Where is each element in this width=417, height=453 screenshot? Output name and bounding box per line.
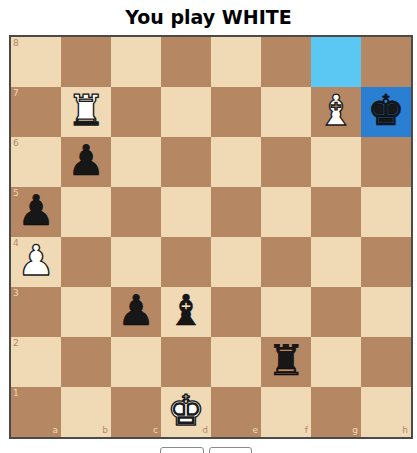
file-label-c: c — [153, 426, 158, 435]
square-h8[interactable] — [361, 37, 411, 87]
square-d7[interactable] — [161, 87, 211, 137]
square-h3[interactable] — [361, 287, 411, 337]
square-d1[interactable]: d♚ — [161, 387, 211, 437]
square-b4[interactable] — [61, 237, 111, 287]
file-label-e: e — [252, 426, 258, 435]
square-a7[interactable]: 7 — [11, 87, 61, 137]
piece-white-bishop-g7[interactable]: ♝ — [317, 90, 355, 135]
square-c5[interactable] — [111, 187, 161, 237]
square-h1[interactable]: h — [361, 387, 411, 437]
square-g5[interactable] — [311, 187, 361, 237]
square-b6[interactable]: ♟ — [61, 137, 111, 187]
square-g2[interactable] — [311, 337, 361, 387]
square-c8[interactable] — [111, 37, 161, 87]
square-c7[interactable] — [111, 87, 161, 137]
piece-black-pawn-c3[interactable]: ♟ — [117, 290, 155, 335]
square-e5[interactable] — [211, 187, 261, 237]
square-f7[interactable] — [261, 87, 311, 137]
square-d8[interactable] — [161, 37, 211, 87]
square-f2[interactable]: ♜ — [261, 337, 311, 387]
square-c2[interactable] — [111, 337, 161, 387]
square-b7[interactable]: ♜ — [61, 87, 111, 137]
square-f1[interactable]: f — [261, 387, 311, 437]
square-a3[interactable]: 3 — [11, 287, 61, 337]
rank-label-7: 7 — [13, 89, 19, 98]
square-f8[interactable] — [261, 37, 311, 87]
file-label-d: d — [202, 426, 208, 435]
square-d2[interactable] — [161, 337, 211, 387]
square-e3[interactable] — [211, 287, 261, 337]
square-f3[interactable] — [261, 287, 311, 337]
square-e7[interactable] — [211, 87, 261, 137]
file-label-h: h — [402, 426, 408, 435]
square-e6[interactable] — [211, 137, 261, 187]
square-d4[interactable] — [161, 237, 211, 287]
rank-label-4: 4 — [13, 239, 19, 248]
piece-black-king-h7[interactable]: ♚ — [367, 90, 405, 135]
rank-label-2: 2 — [13, 339, 19, 348]
square-f6[interactable] — [261, 137, 311, 187]
file-label-f: f — [305, 426, 308, 435]
file-label-b: b — [102, 426, 108, 435]
square-a8[interactable]: 8 — [11, 37, 61, 87]
square-h6[interactable] — [361, 137, 411, 187]
rank-label-6: 6 — [13, 139, 19, 148]
square-f4[interactable] — [261, 237, 311, 287]
square-d6[interactable] — [161, 137, 211, 187]
square-a5[interactable]: 5♟ — [11, 187, 61, 237]
bottom-button-1[interactable] — [160, 447, 204, 453]
square-h7[interactable]: ♚ — [361, 87, 411, 137]
rank-label-3: 3 — [13, 289, 19, 298]
square-h4[interactable] — [361, 237, 411, 287]
rank-label-8: 8 — [13, 39, 19, 48]
square-g4[interactable] — [311, 237, 361, 287]
square-c6[interactable] — [111, 137, 161, 187]
file-label-a: a — [52, 426, 58, 435]
rank-label-1: 1 — [13, 389, 19, 398]
piece-black-rook-f2[interactable]: ♜ — [267, 340, 305, 385]
square-b1[interactable]: b — [61, 387, 111, 437]
square-c1[interactable]: c — [111, 387, 161, 437]
piece-white-rook-b7[interactable]: ♜ — [67, 90, 105, 135]
square-g3[interactable] — [311, 287, 361, 337]
square-c4[interactable] — [111, 237, 161, 287]
square-b2[interactable] — [61, 337, 111, 387]
piece-black-bishop-d3[interactable]: ♝ — [167, 290, 205, 335]
square-h5[interactable] — [361, 187, 411, 237]
square-b5[interactable] — [61, 187, 111, 237]
bottom-button-2[interactable] — [209, 447, 252, 453]
piece-black-pawn-b6[interactable]: ♟ — [67, 140, 105, 185]
square-g1[interactable]: g — [311, 387, 361, 437]
file-label-g: g — [352, 426, 358, 435]
piece-black-pawn-a5[interactable]: ♟ — [17, 190, 55, 235]
square-e1[interactable]: e — [211, 387, 261, 437]
square-e2[interactable] — [211, 337, 261, 387]
square-g7[interactable]: ♝ — [311, 87, 361, 137]
piece-white-pawn-a4[interactable]: ♟ — [17, 240, 55, 285]
square-g8[interactable] — [311, 37, 361, 87]
square-b3[interactable] — [61, 287, 111, 337]
square-c3[interactable]: ♟ — [111, 287, 161, 337]
square-a2[interactable]: 2 — [11, 337, 61, 387]
square-a4[interactable]: 4♟ — [11, 237, 61, 287]
square-g6[interactable] — [311, 137, 361, 187]
square-f5[interactable] — [261, 187, 311, 237]
square-h2[interactable] — [361, 337, 411, 387]
square-d3[interactable]: ♝ — [161, 287, 211, 337]
square-a1[interactable]: 1a — [11, 387, 61, 437]
square-e4[interactable] — [211, 237, 261, 287]
square-e8[interactable] — [211, 37, 261, 87]
square-b8[interactable] — [61, 37, 111, 87]
square-d5[interactable] — [161, 187, 211, 237]
square-a6[interactable]: 6 — [11, 137, 61, 187]
chess-board: 87♜♝♚6♟5♟4♟3♟♝2♜1abcd♚efgh — [9, 35, 413, 439]
rank-label-5: 5 — [13, 189, 19, 198]
piece-white-king-d1[interactable]: ♚ — [167, 390, 205, 435]
page-title: You play WHITE — [0, 0, 417, 29]
